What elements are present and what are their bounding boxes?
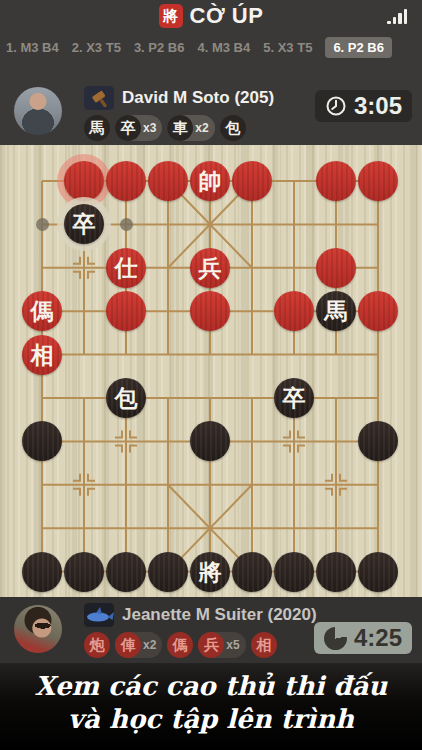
- xiangqi-piece-red-hidden[interactable]: [190, 291, 230, 331]
- captured-badge: 俥x2: [115, 632, 162, 658]
- captured-piece-char: 炮: [84, 632, 110, 658]
- xiangqi-piece-red-hidden[interactable]: [274, 291, 314, 331]
- captured-piece-char: 馬: [84, 115, 110, 141]
- captured-badge: 兵x5: [198, 632, 245, 658]
- xiangqi-piece-black-將[interactable]: 將: [190, 552, 230, 592]
- clock-icon: [325, 95, 347, 117]
- captured-piece-char: 卒: [115, 115, 141, 141]
- header: 將 CỜ ÚP: [0, 0, 422, 32]
- captured-badge: 包: [220, 115, 246, 141]
- caption-line-2: và học tập lên trình: [0, 703, 422, 736]
- shark-icon: [84, 603, 114, 627]
- captured-piece-count: x2: [143, 638, 156, 652]
- captured-piece-char: 兵: [198, 632, 224, 658]
- xiangqi-piece-red-兵[interactable]: 兵: [190, 248, 230, 288]
- app-logo-icon: 將: [159, 4, 183, 28]
- avatar-bottom-player[interactable]: [14, 605, 62, 653]
- player-name-bottom[interactable]: Jeanette M Suiter (2020): [122, 605, 317, 625]
- captured-badge: 馬: [84, 115, 110, 141]
- move-item-active[interactable]: 6. P2 B6: [325, 37, 392, 58]
- xiangqi-piece-black-馬[interactable]: 馬: [316, 291, 356, 331]
- move-item[interactable]: 4. M3 B4: [197, 40, 250, 55]
- clock-time-top: 3:05: [354, 92, 402, 120]
- captured-pieces-bottom: 炮俥x2傌兵x5相: [84, 632, 304, 658]
- xiangqi-piece-black-hidden[interactable]: [64, 552, 104, 592]
- xiangqi-piece-red-仕[interactable]: 仕: [106, 248, 146, 288]
- xiangqi-piece-red-hidden[interactable]: [106, 161, 146, 201]
- xiangqi-board[interactable]: 帥卒仕兵傌馬相包卒將: [0, 145, 422, 597]
- legal-move-dot[interactable]: [36, 218, 49, 231]
- captured-badge: 傌: [167, 632, 193, 658]
- clock-top: 3:05: [315, 90, 412, 122]
- signal-bars-icon: [387, 9, 407, 24]
- pie-timer-icon: [324, 627, 347, 650]
- xiangqi-piece-red-hidden[interactable]: [232, 161, 272, 201]
- player-name-top[interactable]: David M Soto (205): [122, 88, 274, 108]
- move-item[interactable]: 2. X3 T5: [72, 40, 121, 55]
- captured-piece-count: x5: [226, 638, 239, 652]
- player-bar-bottom: Jeanette M Suiter (2020) 炮俥x2傌兵x5相 4:25: [0, 597, 422, 663]
- move-item[interactable]: 3. P2 B6: [134, 40, 185, 55]
- xiangqi-piece-black-hidden[interactable]: [316, 552, 356, 592]
- xiangqi-piece-red-hidden[interactable]: [64, 161, 104, 201]
- captured-badge: 卒x3: [115, 115, 162, 141]
- captured-piece-char: 相: [251, 632, 277, 658]
- captured-piece-count: x3: [143, 121, 156, 135]
- captured-pieces-top: 馬卒x3車x2包: [84, 115, 304, 141]
- captured-piece-char: 車: [167, 115, 193, 141]
- xiangqi-piece-black-包[interactable]: 包: [106, 378, 146, 418]
- captured-badge: 車x2: [167, 115, 214, 141]
- caption-line-1: Xem các cao thủ thi đấu: [0, 670, 422, 703]
- xiangqi-piece-black-hidden[interactable]: [274, 552, 314, 592]
- avatar-top-player[interactable]: [14, 87, 62, 135]
- xiangqi-piece-red-hidden[interactable]: [316, 248, 356, 288]
- captured-badge: 炮: [84, 632, 110, 658]
- xiangqi-piece-black-hidden[interactable]: [22, 552, 62, 592]
- captured-piece-char: 包: [220, 115, 246, 141]
- captured-badge: 相: [251, 632, 277, 658]
- xiangqi-piece-red-hidden[interactable]: [358, 161, 398, 201]
- gavel-icon: [84, 86, 114, 110]
- xiangqi-piece-red-相[interactable]: 相: [22, 335, 62, 375]
- clock-time-bottom: 4:25: [354, 624, 402, 652]
- page-title: CỜ ÚP: [190, 3, 264, 29]
- xiangqi-piece-black-hidden[interactable]: [106, 552, 146, 592]
- move-item[interactable]: 1. M3 B4: [6, 40, 59, 55]
- xiangqi-piece-black-hidden[interactable]: [358, 552, 398, 592]
- xiangqi-piece-red-hidden[interactable]: [358, 291, 398, 331]
- clock-bottom: 4:25: [314, 622, 412, 654]
- player-bar-top: David M Soto (205) 馬卒x3車x2包 3:05: [0, 62, 422, 145]
- xiangqi-piece-red-傌[interactable]: 傌: [22, 291, 62, 331]
- move-item[interactable]: 5. X3 T5: [263, 40, 312, 55]
- xiangqi-piece-black-卒[interactable]: 卒: [274, 378, 314, 418]
- captured-piece-char: 俥: [115, 632, 141, 658]
- xiangqi-piece-red-hidden[interactable]: [148, 161, 188, 201]
- xiangqi-piece-black-hidden[interactable]: [232, 552, 272, 592]
- xiangqi-piece-red-hidden[interactable]: [106, 291, 146, 331]
- promo-caption: Xem các cao thủ thi đấu và học tập lên t…: [0, 663, 422, 750]
- co-up-app-screen: 將 CỜ ÚP 1. M3 B42. X3 T53. P2 B64. M3 B4…: [0, 0, 422, 750]
- xiangqi-piece-red-hidden[interactable]: [316, 161, 356, 201]
- legal-move-dot[interactable]: [120, 218, 133, 231]
- xiangqi-piece-black-hidden[interactable]: [148, 552, 188, 592]
- move-list: 1. M3 B42. X3 T53. P2 B64. M3 B45. X3 T5…: [0, 32, 422, 62]
- captured-piece-count: x2: [195, 121, 208, 135]
- xiangqi-piece-red-帥[interactable]: 帥: [190, 161, 230, 201]
- captured-piece-char: 傌: [167, 632, 193, 658]
